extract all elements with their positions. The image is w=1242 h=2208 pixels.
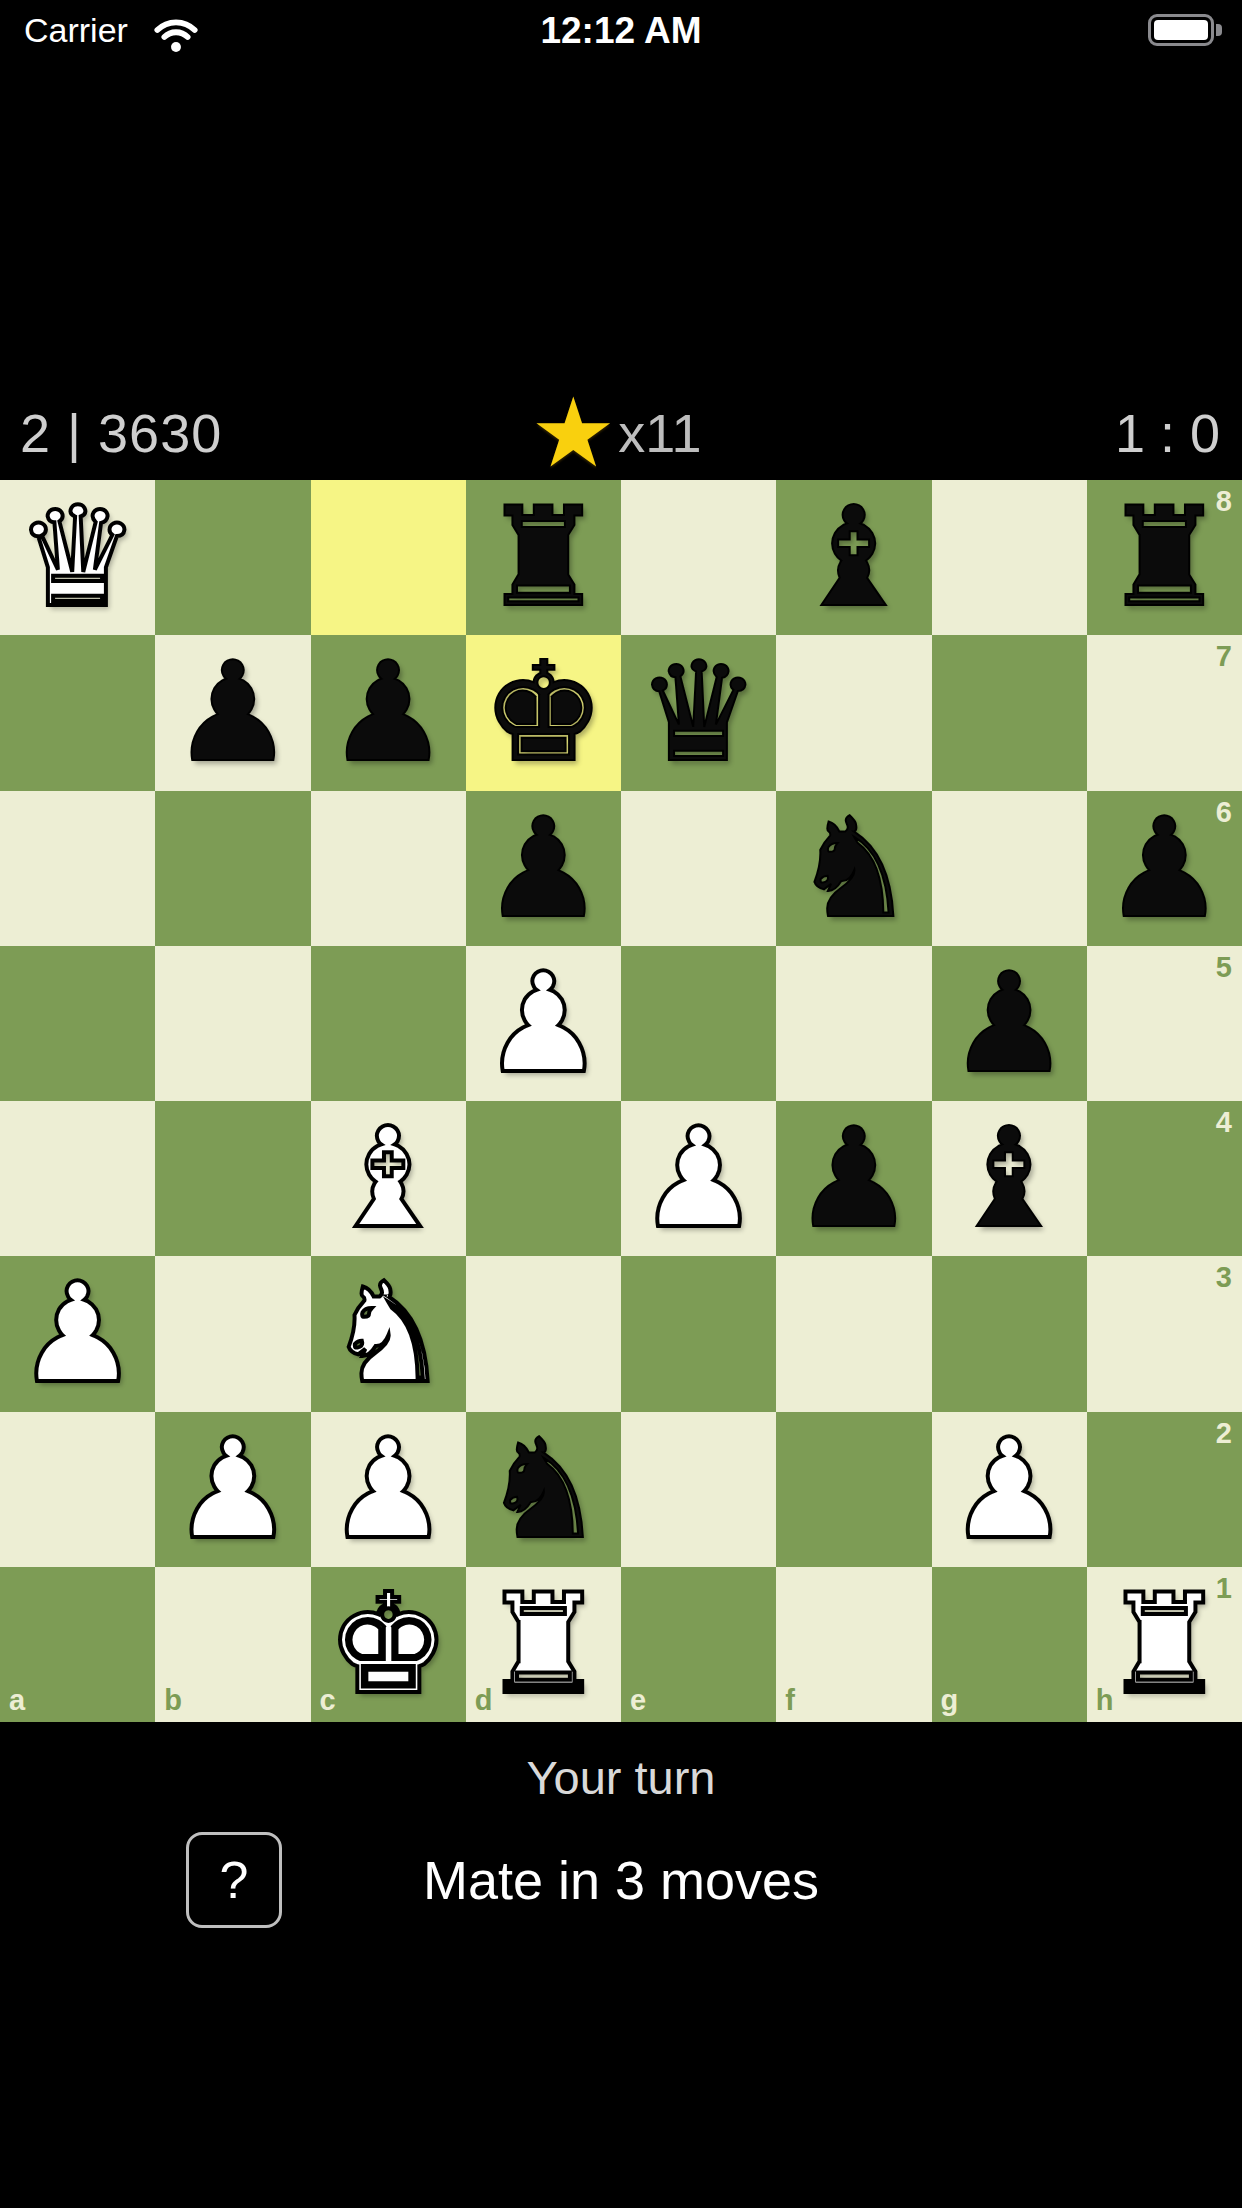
square-c4[interactable]: ♝ [311, 1101, 466, 1256]
square-c6[interactable] [311, 791, 466, 946]
chess-board: ♛♜♝8♜♟♟♚♛7♟♞6♟♟♟5♝♟♟♝4♟♞3♟♟♞♟2abc♚d♜efg1… [0, 480, 1242, 1722]
piece-bR-h8[interactable]: ♜ [1087, 480, 1242, 635]
file-label-b: b [164, 1684, 182, 1717]
square-b7[interactable]: ♟ [155, 635, 310, 790]
square-h7[interactable]: 7 [1087, 635, 1242, 790]
square-a3[interactable]: ♟ [0, 1256, 155, 1411]
square-c2[interactable]: ♟ [311, 1412, 466, 1567]
piece-bK-d7[interactable]: ♚ [466, 635, 621, 790]
piece-bP-f4[interactable]: ♟ [776, 1101, 931, 1256]
square-a5[interactable] [0, 946, 155, 1101]
piece-bP-h6[interactable]: ♟ [1087, 791, 1242, 946]
piece-wQ-a8[interactable]: ♛ [0, 480, 155, 635]
square-e6[interactable] [621, 791, 776, 946]
square-d6[interactable]: ♟ [466, 791, 621, 946]
square-e5[interactable] [621, 946, 776, 1101]
square-d8[interactable]: ♜ [466, 480, 621, 635]
square-a2[interactable] [0, 1412, 155, 1567]
square-h5[interactable]: 5 [1087, 946, 1242, 1101]
file-label-a: a [9, 1684, 25, 1717]
square-g6[interactable] [932, 791, 1087, 946]
file-label-g: g [941, 1684, 959, 1717]
piece-bB-g4[interactable]: ♝ [932, 1101, 1087, 1256]
clock-time: 12:12 AM [0, 10, 1242, 52]
rank-label-2: 2 [1216, 1417, 1232, 1450]
piece-wK-c1[interactable]: ♚ [311, 1567, 466, 1722]
square-g1[interactable]: g [932, 1567, 1087, 1722]
square-f3[interactable] [776, 1256, 931, 1411]
square-d4[interactable] [466, 1101, 621, 1256]
piece-wP-a3[interactable]: ♟ [0, 1256, 155, 1411]
square-h2[interactable]: 2 [1087, 1412, 1242, 1567]
piece-wP-d5[interactable]: ♟ [466, 946, 621, 1101]
star-icon: ★ [530, 386, 616, 480]
piece-wR-h1[interactable]: ♜ [1087, 1567, 1242, 1722]
square-f6[interactable]: ♞ [776, 791, 931, 946]
square-f7[interactable] [776, 635, 931, 790]
square-c1[interactable]: c♚ [311, 1567, 466, 1722]
square-e1[interactable]: e [621, 1567, 776, 1722]
square-c8[interactable] [311, 480, 466, 635]
rank-label-4: 4 [1216, 1106, 1232, 1139]
square-a4[interactable] [0, 1101, 155, 1256]
piece-bR-d8[interactable]: ♜ [466, 480, 621, 635]
square-e8[interactable] [621, 480, 776, 635]
app-screen: Carrier 12:12 AM 2 | 3630 ★ x11 1 : 0 ♛♜… [0, 0, 1242, 2208]
square-h3[interactable]: 3 [1087, 1256, 1242, 1411]
square-f8[interactable]: ♝ [776, 480, 931, 635]
status-bar: Carrier 12:12 AM [0, 0, 1242, 62]
square-h1[interactable]: 1h♜ [1087, 1567, 1242, 1722]
square-d2[interactable]: ♞ [466, 1412, 621, 1567]
turn-indicator: Your turn [0, 1750, 1242, 1805]
square-e7[interactable]: ♛ [621, 635, 776, 790]
piece-bN-d2[interactable]: ♞ [466, 1412, 621, 1567]
square-b3[interactable] [155, 1256, 310, 1411]
piece-bP-c7[interactable]: ♟ [311, 635, 466, 790]
square-g3[interactable] [932, 1256, 1087, 1411]
star-multiplier-group: ★ x11 [530, 386, 701, 480]
piece-bN-f6[interactable]: ♞ [776, 791, 931, 946]
piece-wB-c4[interactable]: ♝ [311, 1101, 466, 1256]
square-e3[interactable] [621, 1256, 776, 1411]
square-a6[interactable] [0, 791, 155, 946]
battery-nub [1216, 24, 1222, 36]
piece-wP-b2[interactable]: ♟ [155, 1412, 310, 1567]
piece-wP-e4[interactable]: ♟ [621, 1101, 776, 1256]
file-label-f: f [785, 1684, 795, 1717]
piece-wP-c2[interactable]: ♟ [311, 1412, 466, 1567]
rank-label-3: 3 [1216, 1261, 1232, 1294]
square-f2[interactable] [776, 1412, 931, 1567]
piece-wP-g2[interactable]: ♟ [932, 1412, 1087, 1567]
score-bar: 2 | 3630 ★ x11 1 : 0 [0, 386, 1242, 480]
rank-label-5: 5 [1216, 951, 1232, 984]
square-d1[interactable]: d♜ [466, 1567, 621, 1722]
square-c5[interactable] [311, 946, 466, 1101]
puzzle-objective: Mate in 3 moves [0, 1832, 1242, 1928]
piece-bP-g5[interactable]: ♟ [932, 946, 1087, 1101]
square-a7[interactable] [0, 635, 155, 790]
piece-bQ-e7[interactable]: ♛ [621, 635, 776, 790]
square-b6[interactable] [155, 791, 310, 946]
square-b4[interactable] [155, 1101, 310, 1256]
square-f5[interactable] [776, 946, 931, 1101]
match-score: 1 : 0 [1115, 386, 1220, 480]
square-b5[interactable] [155, 946, 310, 1101]
square-d3[interactable] [466, 1256, 621, 1411]
square-c3[interactable]: ♞ [311, 1256, 466, 1411]
square-f4[interactable]: ♟ [776, 1101, 931, 1256]
rank-label-7: 7 [1216, 640, 1232, 673]
square-d5[interactable]: ♟ [466, 946, 621, 1101]
square-g4[interactable]: ♝ [932, 1101, 1087, 1256]
square-f1[interactable]: f [776, 1567, 931, 1722]
square-g7[interactable] [932, 635, 1087, 790]
piece-wN-c3[interactable]: ♞ [311, 1256, 466, 1411]
puzzle-score: 2 | 3630 [20, 386, 222, 480]
square-g8[interactable] [932, 480, 1087, 635]
square-h6[interactable]: 6♟ [1087, 791, 1242, 946]
battery-fill [1154, 20, 1208, 40]
piece-bB-f8[interactable]: ♝ [776, 480, 931, 635]
square-e4[interactable]: ♟ [621, 1101, 776, 1256]
file-label-e: e [630, 1684, 646, 1717]
hint-row: ? Mate in 3 moves [0, 1832, 1242, 1928]
piece-bP-b7[interactable]: ♟ [155, 635, 310, 790]
battery-icon [1148, 14, 1214, 46]
piece-wR-d1[interactable]: ♜ [466, 1567, 621, 1722]
square-h8[interactable]: 8♜ [1087, 480, 1242, 635]
square-b8[interactable] [155, 480, 310, 635]
square-g5[interactable]: ♟ [932, 946, 1087, 1101]
square-g2[interactable]: ♟ [932, 1412, 1087, 1567]
square-a8[interactable]: ♛ [0, 480, 155, 635]
square-e2[interactable] [621, 1412, 776, 1567]
square-b2[interactable]: ♟ [155, 1412, 310, 1567]
square-h4[interactable]: 4 [1087, 1101, 1242, 1256]
star-multiplier: x11 [618, 402, 701, 464]
square-b1[interactable]: b [155, 1567, 310, 1722]
square-a1[interactable]: a [0, 1567, 155, 1722]
square-c7[interactable]: ♟ [311, 635, 466, 790]
square-d7[interactable]: ♚ [466, 635, 621, 790]
piece-bP-d6[interactable]: ♟ [466, 791, 621, 946]
